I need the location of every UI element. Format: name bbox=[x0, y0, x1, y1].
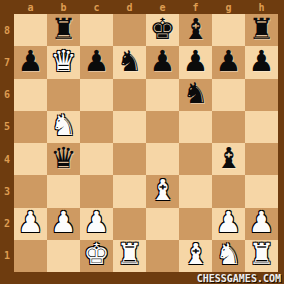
square-h1[interactable]: ♜ bbox=[245, 240, 278, 272]
piece-white-rook: ♜ bbox=[249, 240, 275, 269]
piece-white-queen: ♛ bbox=[51, 47, 77, 76]
rank-label-3: 3 bbox=[0, 175, 14, 207]
square-c7[interactable]: ♟ bbox=[80, 46, 113, 78]
piece-white-knight: ♞ bbox=[51, 111, 77, 140]
square-e3[interactable]: ♝ bbox=[146, 175, 179, 207]
file-label-h: h bbox=[245, 0, 278, 14]
square-h6[interactable] bbox=[245, 79, 278, 111]
piece-black-bishop: ♝ bbox=[216, 144, 242, 173]
square-d4[interactable] bbox=[113, 143, 146, 175]
square-f4[interactable] bbox=[179, 143, 212, 175]
square-g2[interactable]: ♟ bbox=[212, 208, 245, 240]
square-h7[interactable]: ♟ bbox=[245, 46, 278, 78]
square-d2[interactable] bbox=[113, 208, 146, 240]
square-c4[interactable] bbox=[80, 143, 113, 175]
piece-black-pawn: ♟ bbox=[18, 47, 44, 76]
square-a2[interactable]: ♟ bbox=[14, 208, 47, 240]
file-label-c: c bbox=[80, 0, 113, 14]
square-g1[interactable]: ♞ bbox=[212, 240, 245, 272]
square-c2[interactable]: ♟ bbox=[80, 208, 113, 240]
square-f7[interactable]: ♟ bbox=[179, 46, 212, 78]
square-b8[interactable]: ♜ bbox=[47, 14, 80, 46]
square-h4[interactable] bbox=[245, 143, 278, 175]
file-labels: abcdefgh bbox=[14, 0, 278, 14]
square-e6[interactable] bbox=[146, 79, 179, 111]
square-e2[interactable] bbox=[146, 208, 179, 240]
file-label-e: e bbox=[146, 0, 179, 14]
square-a1[interactable] bbox=[14, 240, 47, 272]
square-g4[interactable]: ♝ bbox=[212, 143, 245, 175]
square-a6[interactable] bbox=[14, 79, 47, 111]
square-b4[interactable]: ♛ bbox=[47, 143, 80, 175]
piece-white-king: ♚ bbox=[84, 240, 110, 269]
square-f1[interactable]: ♝ bbox=[179, 240, 212, 272]
file-label-b: b bbox=[47, 0, 80, 14]
square-g7[interactable]: ♟ bbox=[212, 46, 245, 78]
square-d1[interactable]: ♜ bbox=[113, 240, 146, 272]
square-f3[interactable] bbox=[179, 175, 212, 207]
square-f8[interactable]: ♝ bbox=[179, 14, 212, 46]
piece-white-knight: ♞ bbox=[216, 240, 242, 269]
square-h2[interactable]: ♟ bbox=[245, 208, 278, 240]
piece-black-pawn: ♟ bbox=[183, 47, 209, 76]
square-g6[interactable] bbox=[212, 79, 245, 111]
square-a7[interactable]: ♟ bbox=[14, 46, 47, 78]
file-label-a: a bbox=[14, 0, 47, 14]
square-d6[interactable] bbox=[113, 79, 146, 111]
square-e5[interactable] bbox=[146, 111, 179, 143]
square-b6[interactable] bbox=[47, 79, 80, 111]
square-h8[interactable]: ♜ bbox=[245, 14, 278, 46]
chess-board-frame: abcdefgh 87654321 ♜♚♝♜♟♛♟♞♟♟♟♟♞♞♛♝♝♟♟♟♟♟… bbox=[0, 0, 284, 284]
piece-black-knight: ♞ bbox=[117, 47, 143, 76]
rank-label-4: 4 bbox=[0, 143, 14, 175]
piece-black-rook: ♜ bbox=[249, 15, 275, 44]
square-d5[interactable] bbox=[113, 111, 146, 143]
rank-label-7: 7 bbox=[0, 46, 14, 78]
rank-label-2: 2 bbox=[0, 208, 14, 240]
rank-label-1: 1 bbox=[0, 240, 14, 272]
piece-white-pawn: ♟ bbox=[18, 208, 44, 237]
piece-black-pawn: ♟ bbox=[249, 47, 275, 76]
square-c6[interactable] bbox=[80, 79, 113, 111]
square-e8[interactable]: ♚ bbox=[146, 14, 179, 46]
rank-labels: 87654321 bbox=[0, 14, 14, 272]
square-b2[interactable]: ♟ bbox=[47, 208, 80, 240]
rank-label-8: 8 bbox=[0, 14, 14, 46]
square-f2[interactable] bbox=[179, 208, 212, 240]
piece-black-rook: ♜ bbox=[51, 15, 77, 44]
square-g5[interactable] bbox=[212, 111, 245, 143]
square-e7[interactable]: ♟ bbox=[146, 46, 179, 78]
square-d8[interactable] bbox=[113, 14, 146, 46]
piece-white-pawn: ♟ bbox=[51, 208, 77, 237]
square-c1[interactable]: ♚ bbox=[80, 240, 113, 272]
piece-black-queen: ♛ bbox=[51, 144, 77, 173]
square-b5[interactable]: ♞ bbox=[47, 111, 80, 143]
square-c8[interactable] bbox=[80, 14, 113, 46]
square-d7[interactable]: ♞ bbox=[113, 46, 146, 78]
piece-white-rook: ♜ bbox=[117, 240, 143, 269]
rank-label-5: 5 bbox=[0, 111, 14, 143]
square-a4[interactable] bbox=[14, 143, 47, 175]
square-f5[interactable] bbox=[179, 111, 212, 143]
piece-white-bishop: ♝ bbox=[183, 240, 209, 269]
rank-label-6: 6 bbox=[0, 79, 14, 111]
piece-white-bishop: ♝ bbox=[150, 176, 176, 205]
square-a5[interactable] bbox=[14, 111, 47, 143]
file-label-d: d bbox=[113, 0, 146, 14]
site-credit: CHESSGAMES.COM bbox=[197, 273, 281, 284]
piece-black-king: ♚ bbox=[150, 15, 176, 44]
piece-white-pawn: ♟ bbox=[249, 208, 275, 237]
square-b7[interactable]: ♛ bbox=[47, 46, 80, 78]
chess-board: ♜♚♝♜♟♛♟♞♟♟♟♟♞♞♛♝♝♟♟♟♟♟♚♜♝♞♜ bbox=[14, 14, 278, 272]
square-a8[interactable] bbox=[14, 14, 47, 46]
square-e4[interactable] bbox=[146, 143, 179, 175]
square-d3[interactable] bbox=[113, 175, 146, 207]
piece-black-knight: ♞ bbox=[183, 79, 209, 108]
piece-black-pawn: ♟ bbox=[216, 47, 242, 76]
piece-black-pawn: ♟ bbox=[84, 47, 110, 76]
square-e1[interactable] bbox=[146, 240, 179, 272]
piece-white-pawn: ♟ bbox=[216, 208, 242, 237]
piece-white-pawn: ♟ bbox=[84, 208, 110, 237]
square-g8[interactable] bbox=[212, 14, 245, 46]
square-h5[interactable] bbox=[245, 111, 278, 143]
file-label-f: f bbox=[179, 0, 212, 14]
square-c3[interactable] bbox=[80, 175, 113, 207]
piece-black-bishop: ♝ bbox=[183, 15, 209, 44]
piece-black-pawn: ♟ bbox=[150, 47, 176, 76]
square-h3[interactable] bbox=[245, 175, 278, 207]
square-a3[interactable] bbox=[14, 175, 47, 207]
file-label-g: g bbox=[212, 0, 245, 14]
square-g3[interactable] bbox=[212, 175, 245, 207]
square-f6[interactable]: ♞ bbox=[179, 79, 212, 111]
square-b3[interactable] bbox=[47, 175, 80, 207]
square-c5[interactable] bbox=[80, 111, 113, 143]
square-b1[interactable] bbox=[47, 240, 80, 272]
